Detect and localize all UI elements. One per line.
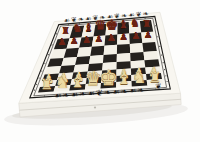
square-h6 (142, 42, 156, 52)
square-d6 (90, 46, 104, 56)
square-e8 (105, 23, 117, 36)
square-f8 (117, 22, 129, 35)
square-g3 (131, 68, 146, 76)
square-g5 (130, 52, 144, 61)
square-f2 (116, 75, 131, 82)
square-d4 (88, 63, 103, 71)
coordinate-dot (155, 25, 156, 26)
square-c2 (71, 78, 87, 85)
chess-set-photo: ☙❦❧☙❦❧☙❦❧☙❦❧☙❧☙❧☙❦❧☙❧☙❧❦ ♜♞♝♛♚♝♞♜♟♟♟♟♟♟♟… (0, 0, 200, 142)
corner-ornament: ❦ (155, 81, 162, 90)
square-h3 (145, 67, 161, 75)
coordinate-dot (36, 84, 37, 85)
square-b2 (55, 79, 72, 86)
square-h7 (141, 32, 155, 43)
square-g4 (131, 60, 146, 68)
square-a2 (40, 80, 57, 87)
square-h8 (140, 20, 153, 33)
coordinate-dot (44, 63, 45, 64)
square-b5 (61, 57, 77, 66)
coordinate-dot (41, 71, 42, 72)
chess-board: ☙❦❧☙❦❧☙❦❧☙❦❧☙❧☙❧☙❦❧☙❧☙❧❦ (0, 0, 200, 142)
square-f7 (117, 34, 130, 45)
square-f6 (117, 44, 130, 54)
square-e7 (105, 35, 118, 46)
coordinate-dot (44, 95, 45, 96)
square-g2 (131, 74, 147, 81)
square-g6 (130, 43, 144, 53)
square-c3 (72, 71, 88, 79)
square-e3 (102, 69, 117, 77)
coordinate-dot (34, 90, 35, 91)
coordinate-dot (56, 33, 57, 34)
coordinate-dot (165, 75, 166, 76)
square-f3 (116, 69, 131, 77)
square-f5 (117, 53, 131, 62)
square-g7 (129, 33, 142, 44)
square-c6 (77, 47, 92, 57)
coordinate-dot (90, 22, 91, 23)
coordinate-dot (112, 20, 113, 21)
coordinate-dot (167, 81, 168, 82)
coordinate-dot (164, 69, 165, 70)
clasp (94, 106, 96, 108)
square-b3 (57, 72, 73, 80)
square-e4 (102, 62, 117, 70)
square-d5 (89, 55, 104, 64)
coordinate-dot (101, 21, 102, 22)
square-h5 (144, 51, 159, 60)
square-d8 (94, 24, 107, 37)
coordinate-dot (134, 19, 135, 20)
coordinate-dot (79, 23, 80, 24)
coordinate-dot (51, 44, 52, 45)
coordinate-dot (163, 62, 164, 63)
square-f4 (117, 61, 131, 69)
square-h2 (146, 73, 162, 80)
square-b4 (59, 65, 75, 73)
coordinate-dot (157, 36, 158, 37)
square-h4 (144, 59, 159, 67)
coordinate-dot (159, 46, 160, 47)
square-d3 (87, 70, 103, 78)
coordinate-dot (48, 54, 49, 55)
square-a3 (42, 73, 59, 81)
coordinate-dot (145, 18, 146, 19)
square-c4 (73, 64, 89, 72)
square-e6 (104, 45, 118, 55)
coordinate-dot (68, 24, 69, 25)
square-g8 (129, 21, 141, 34)
coordinate-dot (123, 19, 124, 20)
square-c5 (75, 56, 90, 65)
square-e5 (103, 54, 117, 63)
square-e2 (101, 76, 116, 83)
square-d7 (92, 36, 106, 47)
square-d2 (86, 77, 102, 84)
coordinate-dot (39, 78, 40, 79)
coordinate-dot (161, 54, 162, 55)
